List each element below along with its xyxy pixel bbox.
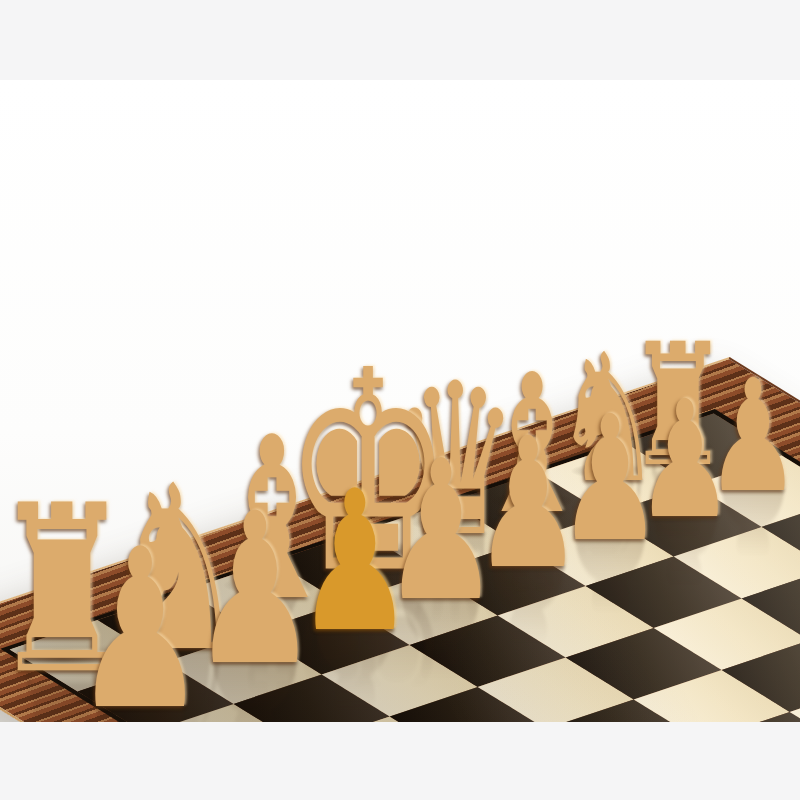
pawn-glyph: ♟ — [191, 485, 318, 694]
gray-band-bottom — [0, 722, 800, 800]
pawn-glyph: ♟ — [73, 520, 207, 722]
piece-layer: ♜♜♟♟♞♞♟♟♝♝♟♟♚♚♟♟♛♛♟♟♝♝♟♟♞♞♟♟♜♜♟♟ — [0, 80, 800, 722]
gray-band-top — [0, 0, 800, 80]
product-photo-canvas: { "game": "chess", "scene": { "descripti… — [0, 0, 800, 800]
photo: ♜♜♟♟♞♞♟♟♝♝♟♟♚♚♟♟♛♛♟♟♝♝♟♟♞♞♟♟♜♜♟♟ — [0, 80, 800, 722]
